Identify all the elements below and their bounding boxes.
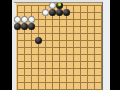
left-black-bar <box>0 0 12 90</box>
grid-line-horizontal <box>17 61 102 62</box>
grid-line-horizontal <box>17 82 102 83</box>
black-stone <box>35 37 42 44</box>
white-stone <box>21 16 28 23</box>
white-stone <box>14 16 21 23</box>
grid-line-vertical <box>66 5 67 90</box>
grid-line-horizontal <box>17 75 102 76</box>
grid-line-vertical <box>87 5 88 90</box>
last-move-marker <box>58 3 61 6</box>
go-board[interactable] <box>16 2 103 90</box>
right-edge-strip <box>103 0 110 90</box>
grid-line-vertical <box>73 5 74 90</box>
right-black-bar <box>110 0 120 90</box>
grid-line-horizontal <box>17 89 102 90</box>
black-stone <box>63 9 70 16</box>
black-stone <box>56 9 63 16</box>
white-stone <box>42 9 49 16</box>
app-window <box>0 0 120 90</box>
black-stone <box>28 23 35 30</box>
board-top-border <box>14 2 103 3</box>
white-stone <box>28 16 35 23</box>
black-stone <box>21 23 28 30</box>
grid-line-horizontal <box>17 54 102 55</box>
black-stone <box>14 23 21 30</box>
black-stone <box>49 9 56 16</box>
grid-line-vertical <box>94 5 95 90</box>
grid-line-horizontal <box>17 68 102 69</box>
grid-line-vertical <box>80 5 81 90</box>
